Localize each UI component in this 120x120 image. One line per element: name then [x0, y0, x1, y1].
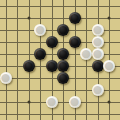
go-board[interactable]: ●●●●●●●●●●●●●●●●●●●●● [0, 0, 120, 120]
star-point [108, 17, 111, 20]
black-stone: ● [46, 36, 58, 48]
white-stone: ● [46, 96, 58, 108]
white-stone: ● [103, 60, 115, 72]
white-stone: ● [69, 96, 81, 108]
black-stone: ● [23, 60, 35, 72]
grid-line-horizontal [0, 102, 120, 103]
grid-line-horizontal [0, 6, 120, 7]
star-point [27, 101, 30, 104]
grid-line-horizontal [0, 18, 120, 19]
black-stone: ● [69, 12, 81, 24]
white-stone: ● [34, 24, 46, 36]
grid-line-horizontal [0, 114, 120, 115]
black-stone: ● [57, 72, 69, 84]
black-stone: ● [69, 36, 81, 48]
star-point [108, 101, 111, 104]
white-stone: ● [92, 84, 104, 96]
star-point [27, 17, 30, 20]
black-stone: ● [46, 60, 58, 72]
black-stone: ● [57, 24, 69, 36]
black-stone: ● [34, 48, 46, 60]
white-stone: ● [92, 48, 104, 60]
black-stone: ● [92, 60, 104, 72]
white-stone: ● [0, 72, 12, 84]
white-stone: ● [80, 48, 92, 60]
